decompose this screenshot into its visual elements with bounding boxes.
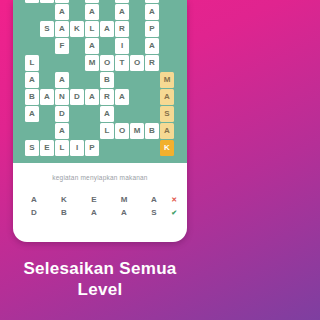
board-gap	[145, 72, 159, 88]
cell-r3c2[interactable]: S	[40, 21, 54, 37]
cell-r3c3[interactable]: A	[55, 21, 69, 37]
board-gap	[25, 123, 39, 139]
board-gap	[40, 106, 54, 122]
cell-r8c3[interactable]: D	[55, 106, 69, 122]
board-gap	[85, 72, 99, 88]
cell-r5c5[interactable]: M	[85, 55, 99, 71]
board-gap	[70, 106, 84, 122]
tray-row-2: DBAAS✔	[19, 206, 181, 219]
cell-r1c3[interactable]	[55, 0, 69, 3]
cell-r9c8[interactable]: M	[130, 123, 144, 139]
cell-r3c4[interactable]: K	[70, 21, 84, 37]
cell-r4c3[interactable]: F	[55, 38, 69, 54]
board-gap	[130, 38, 144, 54]
board-gap	[40, 38, 54, 54]
board-gap	[160, 55, 174, 71]
cell-r7c10[interactable]: A	[160, 89, 174, 105]
tray-row-1: AKEMA✕	[19, 193, 181, 206]
board-gap	[160, 0, 174, 3]
tray-letter[interactable]: A	[79, 208, 109, 217]
tray-letter[interactable]: A	[139, 195, 169, 204]
cell-r3c7[interactable]: R	[115, 21, 129, 37]
cell-r6c3[interactable]: A	[55, 72, 69, 88]
cell-r1c7[interactable]	[115, 0, 129, 3]
cell-r10c10[interactable]: K	[160, 140, 174, 156]
cell-r6c10[interactable]: M	[160, 72, 174, 88]
cell-r6c6[interactable]: B	[100, 72, 114, 88]
board-gap	[25, 4, 39, 20]
board-gap	[100, 0, 114, 3]
cell-r7c6[interactable]: R	[100, 89, 114, 105]
board-gap	[40, 123, 54, 139]
cell-r5c1[interactable]: L	[25, 55, 39, 71]
clue-caption: kegiatan menyiapkan makanan	[13, 174, 187, 181]
cell-r5c6[interactable]: O	[100, 55, 114, 71]
board-gap	[160, 38, 174, 54]
board-gap	[70, 72, 84, 88]
crossword-board: AAAASAKLARPFAIALMOTORAABMBANDARAAADASALO…	[13, 0, 187, 163]
cell-r3c5[interactable]: L	[85, 21, 99, 37]
board-gap	[100, 140, 114, 156]
cell-r9c10[interactable]: A	[160, 123, 174, 139]
cell-r1c2[interactable]	[40, 0, 54, 3]
cell-r4c9[interactable]: A	[145, 38, 159, 54]
board-gap	[25, 21, 39, 37]
cell-r10c4[interactable]: I	[70, 140, 84, 156]
cell-r2c7[interactable]: A	[115, 4, 129, 20]
board-gap	[130, 106, 144, 122]
puzzle-card: AAAASAKLARPFAIALMOTORAABMBANDARAAADASALO…	[13, 0, 187, 242]
cell-r3c6[interactable]: A	[100, 21, 114, 37]
board-gap	[130, 140, 144, 156]
board-gap	[130, 0, 144, 3]
cell-r4c7[interactable]: I	[115, 38, 129, 54]
board-gap	[130, 4, 144, 20]
cell-r1c1[interactable]	[25, 0, 39, 3]
cell-r10c5[interactable]: P	[85, 140, 99, 156]
cell-r9c6[interactable]: L	[100, 123, 114, 139]
cell-r10c1[interactable]: S	[25, 140, 39, 156]
tray-letter[interactable]: E	[79, 195, 109, 204]
board-gap	[70, 123, 84, 139]
tray-letter[interactable]: S	[139, 208, 169, 217]
cell-r5c8[interactable]: O	[130, 55, 144, 71]
board-gap	[85, 123, 99, 139]
letter-tray: AKEMA✕DBAAS✔	[19, 193, 181, 219]
cell-r7c2[interactable]: A	[40, 89, 54, 105]
board-gap	[145, 140, 159, 156]
board-gap	[55, 55, 69, 71]
board-gap	[115, 106, 129, 122]
board-gap	[70, 55, 84, 71]
cell-r7c4[interactable]: D	[70, 89, 84, 105]
board-gap	[115, 140, 129, 156]
cell-r2c3[interactable]: A	[55, 4, 69, 20]
board-gap	[130, 89, 144, 105]
board-gap	[40, 4, 54, 20]
banner-title: Selesaikan Semua Level	[0, 258, 200, 300]
board-gap	[145, 89, 159, 105]
cell-r9c3[interactable]: A	[55, 123, 69, 139]
board-gap	[25, 38, 39, 54]
tray-letter[interactable]: K	[49, 195, 79, 204]
tray-letter[interactable]: B	[49, 208, 79, 217]
board-gap	[100, 38, 114, 54]
board-gap	[70, 38, 84, 54]
cell-r7c5[interactable]: A	[85, 89, 99, 105]
cell-r9c9[interactable]: B	[145, 123, 159, 139]
cell-r8c1[interactable]: A	[25, 106, 39, 122]
cell-r7c3[interactable]: N	[55, 89, 69, 105]
cell-r5c7[interactable]: T	[115, 55, 129, 71]
board-gap	[160, 21, 174, 37]
board-gap	[130, 21, 144, 37]
cell-r2c5[interactable]: A	[85, 4, 99, 20]
cell-r6c1[interactable]: A	[25, 72, 39, 88]
cell-r4c5[interactable]: A	[85, 38, 99, 54]
cell-r10c3[interactable]: L	[55, 140, 69, 156]
board-gap	[160, 4, 174, 20]
board-gap	[70, 4, 84, 20]
board-gap	[130, 72, 144, 88]
board-gap	[40, 55, 54, 71]
board-gap	[40, 72, 54, 88]
cell-r8c10[interactable]: S	[160, 106, 174, 122]
correct-mark-icon: ✔	[171, 209, 177, 217]
cell-r1c9[interactable]	[145, 0, 159, 3]
cell-r9c7[interactable]: O	[115, 123, 129, 139]
tray-letter[interactable]: A	[19, 195, 49, 204]
board-gap	[85, 106, 99, 122]
board-gap	[70, 0, 84, 3]
crossword-grid: AAAASAKLARPFAIALMOTORAABMBANDARAAADASALO…	[25, 0, 174, 156]
cell-r8c6[interactable]: A	[100, 106, 114, 122]
cell-r7c1[interactable]: B	[25, 89, 39, 105]
cell-r1c5[interactable]	[85, 0, 99, 3]
app-store-screenshot: { "game": "crossword-word-puzzle (Indone…	[0, 0, 200, 320]
tray-letter[interactable]: M	[109, 195, 139, 204]
board-gap	[115, 72, 129, 88]
tray-letter[interactable]: D	[19, 208, 49, 217]
cell-r10c2[interactable]: E	[40, 140, 54, 156]
cell-r7c7[interactable]: A	[115, 89, 129, 105]
cell-r5c9[interactable]: R	[145, 55, 159, 71]
board-gap	[100, 4, 114, 20]
cell-r2c9[interactable]: A	[145, 4, 159, 20]
board-gap	[145, 106, 159, 122]
tray-letter[interactable]: A	[109, 208, 139, 217]
cell-r3c9[interactable]: P	[145, 21, 159, 37]
wrong-mark-icon: ✕	[171, 196, 177, 204]
